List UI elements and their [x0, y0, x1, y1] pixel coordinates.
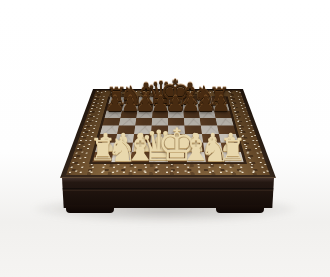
box-foot-left — [66, 205, 114, 213]
square-a5[interactable] — [102, 118, 120, 126]
box-lid-seam — [62, 188, 274, 191]
pieces-layer: ♜♞♝♛♚♝♞♜♟♟♟♟♟♟♟♟♟♟♟♟♟♟♟♟♜♞♝♛♚♝♞♜ — [0, 0, 330, 277]
product-photo-scene: ♜♞♝♛♚♝♞♜♟♟♟♟♟♟♟♟♟♟♟♟♟♟♟♟♜♞♝♛♚♝♞♜ — [0, 0, 330, 277]
square-g5[interactable] — [200, 118, 217, 126]
piece-black-pawn-h7[interactable]: ♟ — [211, 93, 230, 114]
square-b5[interactable] — [119, 118, 136, 126]
square-h5[interactable] — [216, 118, 234, 126]
piece-white-rook-h1[interactable]: ♜ — [219, 135, 246, 166]
box-foot-right — [216, 205, 264, 213]
chess-box-front — [62, 178, 274, 208]
